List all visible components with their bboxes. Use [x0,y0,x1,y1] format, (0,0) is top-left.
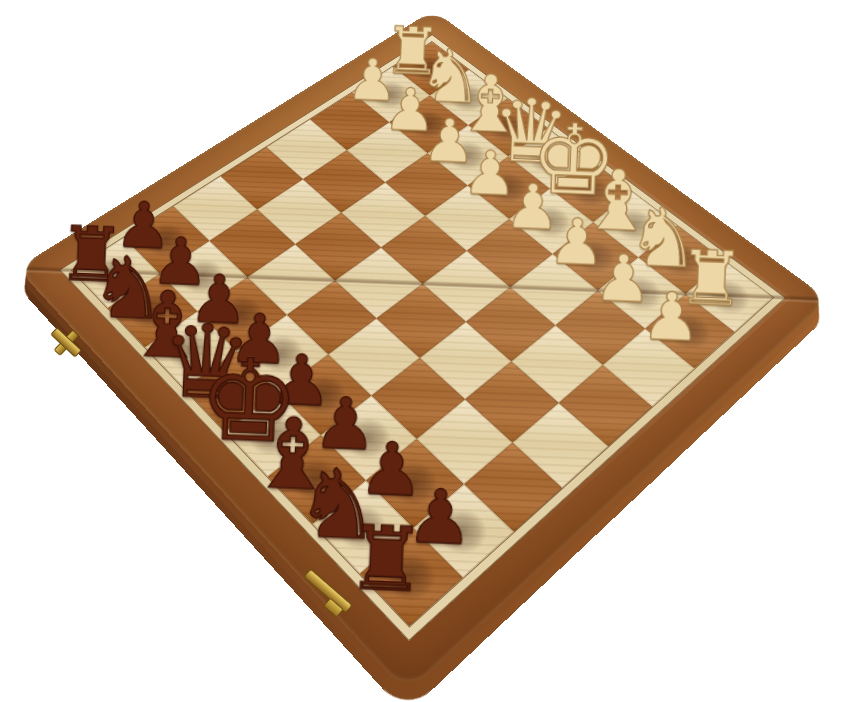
square-h2[interactable]: ♟ [645,294,735,369]
inlay-border: ♜♞♝♛♚♝♞♜♟♟♟♟♟♟♟♟♟♟♟♟♟♟♟♟♜♞♝♛♚♝♞♜ [59,34,785,641]
board-grid: ♜♞♝♛♚♝♞♜♟♟♟♟♟♟♟♟♟♟♟♟♟♟♟♟♜♞♝♛♚♝♞♜ [71,41,775,628]
chess-board: ♜♞♝♛♚♝♞♜♟♟♟♟♟♟♟♟♟♟♟♟♟♟♟♟♜♞♝♛♚♝♞♜ [17,10,828,693]
board-perspective: ♜♞♝♛♚♝♞♜♟♟♟♟♟♟♟♟♟♟♟♟♟♟♟♟♜♞♝♛♚♝♞♜ [0,0,850,702]
square-d5[interactable] [335,248,423,319]
chess-set-photo: ♜♞♝♛♚♝♞♜♟♟♟♟♟♟♟♟♟♟♟♟♟♟♟♟♜♞♝♛♚♝♞♜ [0,0,850,702]
square-h8[interactable]: ♜ [360,528,463,626]
white-pawn-h2[interactable]: ♟ [598,284,745,350]
square-a5[interactable] [221,147,303,209]
